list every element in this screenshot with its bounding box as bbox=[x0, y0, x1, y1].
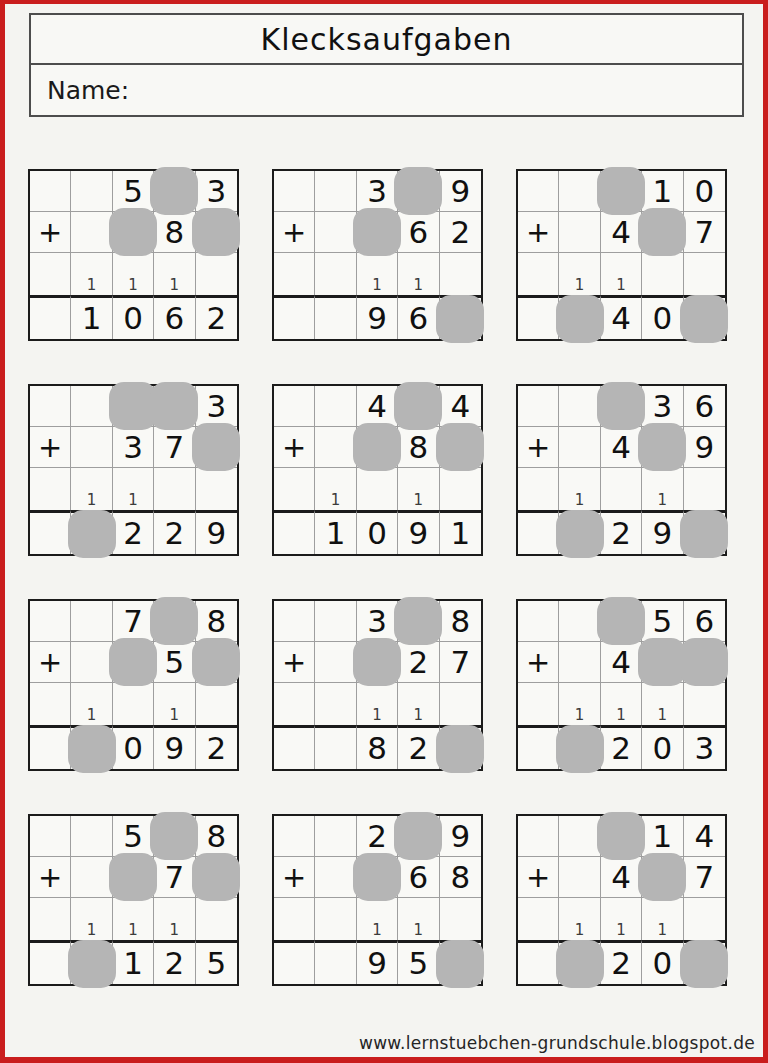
empty-cell bbox=[71, 601, 112, 642]
empty-cell bbox=[518, 940, 559, 984]
ink-blob-icon bbox=[638, 638, 686, 686]
digit-cell: 3 bbox=[357, 171, 398, 212]
plus-sign: + bbox=[30, 642, 71, 683]
empty-cell bbox=[357, 468, 398, 510]
ink-blob-icon bbox=[394, 597, 442, 645]
empty-cell bbox=[315, 940, 356, 984]
blob-cell bbox=[196, 857, 237, 898]
empty-cell bbox=[30, 510, 71, 554]
ink-blob-icon bbox=[680, 295, 728, 343]
empty-cell bbox=[274, 683, 315, 725]
plus-sign: + bbox=[274, 427, 315, 468]
empty-cell bbox=[518, 253, 559, 295]
footer-url: www.lernstuebchen-grundschule.blogspot.d… bbox=[359, 1033, 755, 1053]
ink-blob-icon bbox=[436, 725, 484, 773]
empty-cell bbox=[71, 386, 112, 427]
blob-cell bbox=[684, 295, 725, 339]
digit-cell: 2 bbox=[113, 510, 154, 554]
blob-cell bbox=[684, 510, 725, 554]
carry-digit: 1 bbox=[113, 253, 154, 295]
problems-grid: 53+8111106239+62119610+4711403+371122944… bbox=[28, 169, 727, 986]
carry-digit: 1 bbox=[71, 898, 112, 940]
empty-cell bbox=[71, 212, 112, 253]
empty-cell bbox=[518, 171, 559, 212]
digit-cell: 4 bbox=[601, 427, 642, 468]
empty-cell bbox=[440, 253, 481, 295]
digit-cell: 9 bbox=[398, 510, 439, 554]
problem-3: 10+471140 bbox=[516, 169, 727, 341]
empty-cell bbox=[315, 295, 356, 339]
empty-cell bbox=[274, 898, 315, 940]
empty-cell bbox=[71, 427, 112, 468]
problem-1: 53+81111062 bbox=[28, 169, 239, 341]
blob-cell bbox=[642, 427, 683, 468]
header-box: Klecksaufgaben Name: bbox=[29, 13, 744, 117]
blob-cell bbox=[559, 510, 600, 554]
plus-sign: + bbox=[30, 212, 71, 253]
empty-cell bbox=[71, 857, 112, 898]
digit-cell: 4 bbox=[601, 295, 642, 339]
ink-blob-icon bbox=[556, 295, 604, 343]
empty-cell bbox=[315, 642, 356, 683]
ink-blob-icon bbox=[556, 725, 604, 773]
blob-cell bbox=[601, 816, 642, 857]
carry-digit: 1 bbox=[113, 468, 154, 510]
plus-sign: + bbox=[274, 212, 315, 253]
digit-cell: 7 bbox=[684, 857, 725, 898]
carry-digit: 1 bbox=[559, 253, 600, 295]
empty-cell bbox=[559, 171, 600, 212]
carry-digit: 1 bbox=[357, 683, 398, 725]
empty-cell bbox=[30, 171, 71, 212]
blob-cell bbox=[357, 857, 398, 898]
ink-blob-icon bbox=[192, 208, 240, 256]
empty-cell bbox=[518, 601, 559, 642]
carry-digit: 1 bbox=[357, 898, 398, 940]
empty-cell bbox=[274, 816, 315, 857]
digit-cell: 8 bbox=[357, 725, 398, 769]
blob-cell bbox=[559, 295, 600, 339]
digit-cell: 5 bbox=[113, 171, 154, 212]
blob-cell bbox=[71, 725, 112, 769]
plus-sign: + bbox=[518, 642, 559, 683]
digit-cell: 9 bbox=[684, 427, 725, 468]
carry-digit: 1 bbox=[398, 898, 439, 940]
empty-cell bbox=[315, 171, 356, 212]
empty-cell bbox=[315, 427, 356, 468]
empty-cell bbox=[113, 683, 154, 725]
carry-digit: 1 bbox=[71, 468, 112, 510]
digit-cell: 1 bbox=[71, 295, 112, 339]
empty-cell bbox=[30, 725, 71, 769]
empty-cell bbox=[684, 253, 725, 295]
problem-5: 44+8111091 bbox=[272, 384, 483, 556]
empty-cell bbox=[315, 601, 356, 642]
ink-blob-icon bbox=[353, 208, 401, 256]
empty-cell bbox=[518, 468, 559, 510]
carry-digit: 1 bbox=[398, 253, 439, 295]
empty-cell bbox=[440, 683, 481, 725]
ink-blob-icon bbox=[192, 638, 240, 686]
carry-digit: 1 bbox=[642, 683, 683, 725]
digit-cell: 7 bbox=[684, 212, 725, 253]
ink-blob-icon bbox=[109, 638, 157, 686]
digit-cell: 2 bbox=[196, 725, 237, 769]
ink-blob-icon bbox=[436, 423, 484, 471]
carry-digit: 1 bbox=[113, 898, 154, 940]
digit-cell: 4 bbox=[357, 386, 398, 427]
digit-cell: 6 bbox=[684, 386, 725, 427]
ink-blob-icon bbox=[109, 208, 157, 256]
digit-cell: 5 bbox=[642, 601, 683, 642]
empty-cell bbox=[30, 468, 71, 510]
carry-digit: 1 bbox=[357, 253, 398, 295]
blob-cell bbox=[440, 725, 481, 769]
carry-digit: 1 bbox=[154, 253, 195, 295]
empty-cell bbox=[71, 171, 112, 212]
digit-cell: 2 bbox=[154, 510, 195, 554]
digit-cell: 1 bbox=[315, 510, 356, 554]
empty-cell bbox=[196, 253, 237, 295]
blob-cell bbox=[398, 601, 439, 642]
empty-cell bbox=[642, 253, 683, 295]
digit-cell: 7 bbox=[154, 427, 195, 468]
ink-blob-icon bbox=[68, 725, 116, 773]
empty-cell bbox=[518, 683, 559, 725]
digit-cell: 3 bbox=[642, 386, 683, 427]
digit-cell: 0 bbox=[642, 725, 683, 769]
blob-cell bbox=[559, 940, 600, 984]
carry-digit: 1 bbox=[601, 683, 642, 725]
blob-cell bbox=[71, 940, 112, 984]
empty-cell bbox=[196, 468, 237, 510]
ink-blob-icon bbox=[150, 597, 198, 645]
digit-cell: 2 bbox=[398, 642, 439, 683]
ink-blob-icon bbox=[556, 940, 604, 988]
empty-cell bbox=[30, 295, 71, 339]
digit-cell: 1 bbox=[642, 171, 683, 212]
empty-cell bbox=[274, 171, 315, 212]
empty-cell bbox=[518, 510, 559, 554]
ink-blob-icon bbox=[394, 382, 442, 430]
blob-cell bbox=[154, 816, 195, 857]
digit-cell: 2 bbox=[601, 940, 642, 984]
empty-cell bbox=[30, 898, 71, 940]
empty-cell bbox=[30, 816, 71, 857]
empty-cell bbox=[274, 940, 315, 984]
empty-cell bbox=[274, 468, 315, 510]
digit-cell: 6 bbox=[684, 601, 725, 642]
digit-cell: 0 bbox=[113, 295, 154, 339]
problem-4: 3+3711229 bbox=[28, 384, 239, 556]
empty-cell bbox=[315, 253, 356, 295]
blob-cell bbox=[642, 212, 683, 253]
digit-cell: 1 bbox=[113, 940, 154, 984]
empty-cell bbox=[559, 601, 600, 642]
blob-cell bbox=[196, 427, 237, 468]
ink-blob-icon bbox=[150, 812, 198, 860]
digit-cell: 9 bbox=[154, 725, 195, 769]
empty-cell bbox=[274, 295, 315, 339]
digit-cell: 6 bbox=[398, 212, 439, 253]
blob-cell bbox=[154, 386, 195, 427]
digit-cell: 0 bbox=[642, 295, 683, 339]
blob-cell bbox=[71, 510, 112, 554]
digit-cell: 7 bbox=[154, 857, 195, 898]
digit-cell: 1 bbox=[440, 510, 481, 554]
carry-digit: 1 bbox=[601, 898, 642, 940]
name-row: Name: bbox=[31, 65, 742, 115]
digit-cell: 5 bbox=[196, 940, 237, 984]
carry-digit: 1 bbox=[71, 683, 112, 725]
ink-blob-icon bbox=[638, 208, 686, 256]
ink-blob-icon bbox=[597, 382, 645, 430]
ink-blob-icon bbox=[597, 167, 645, 215]
blob-cell bbox=[113, 212, 154, 253]
name-label: Name: bbox=[47, 76, 129, 105]
empty-cell bbox=[196, 898, 237, 940]
carry-digit: 1 bbox=[315, 468, 356, 510]
empty-cell bbox=[71, 642, 112, 683]
digit-cell: 8 bbox=[196, 601, 237, 642]
digit-cell: 9 bbox=[440, 171, 481, 212]
ink-blob-icon bbox=[436, 295, 484, 343]
digit-cell: 6 bbox=[398, 295, 439, 339]
ink-blob-icon bbox=[109, 853, 157, 901]
digit-cell: 9 bbox=[357, 940, 398, 984]
digit-cell: 3 bbox=[684, 725, 725, 769]
problem-12: 14+4711120 bbox=[516, 814, 727, 986]
digit-cell: 8 bbox=[154, 212, 195, 253]
empty-cell bbox=[30, 386, 71, 427]
plus-sign: + bbox=[518, 212, 559, 253]
empty-cell bbox=[274, 510, 315, 554]
empty-cell bbox=[30, 683, 71, 725]
digit-cell: 2 bbox=[601, 510, 642, 554]
empty-cell bbox=[315, 857, 356, 898]
digit-cell: 8 bbox=[440, 857, 481, 898]
blob-cell bbox=[357, 427, 398, 468]
blob-cell bbox=[196, 642, 237, 683]
digit-cell: 8 bbox=[398, 427, 439, 468]
blob-cell bbox=[684, 642, 725, 683]
blob-cell bbox=[684, 940, 725, 984]
empty-cell bbox=[559, 816, 600, 857]
ink-blob-icon bbox=[638, 423, 686, 471]
digit-cell: 4 bbox=[601, 857, 642, 898]
carry-digit: 1 bbox=[154, 683, 195, 725]
digit-cell: 2 bbox=[154, 940, 195, 984]
digit-cell: 7 bbox=[113, 601, 154, 642]
blob-cell bbox=[196, 212, 237, 253]
ink-blob-icon bbox=[192, 423, 240, 471]
empty-cell bbox=[559, 212, 600, 253]
blob-cell bbox=[642, 857, 683, 898]
blob-cell bbox=[398, 171, 439, 212]
digit-cell: 2 bbox=[601, 725, 642, 769]
ink-blob-icon bbox=[680, 940, 728, 988]
digit-cell: 4 bbox=[601, 212, 642, 253]
ink-blob-icon bbox=[68, 940, 116, 988]
blob-cell bbox=[357, 212, 398, 253]
ink-blob-icon bbox=[353, 638, 401, 686]
carry-digit: 1 bbox=[154, 898, 195, 940]
blob-cell bbox=[113, 386, 154, 427]
carry-digit: 1 bbox=[71, 253, 112, 295]
problem-7: 78+511092 bbox=[28, 599, 239, 771]
digit-cell: 2 bbox=[196, 295, 237, 339]
empty-cell bbox=[518, 725, 559, 769]
plus-sign: + bbox=[30, 427, 71, 468]
carry-digit: 1 bbox=[559, 683, 600, 725]
carry-digit: 1 bbox=[642, 898, 683, 940]
plus-sign: + bbox=[518, 857, 559, 898]
blob-cell bbox=[440, 427, 481, 468]
problem-11: 29+681195 bbox=[272, 814, 483, 986]
digit-cell: 3 bbox=[357, 601, 398, 642]
carry-digit: 1 bbox=[559, 468, 600, 510]
empty-cell bbox=[71, 816, 112, 857]
empty-cell bbox=[274, 253, 315, 295]
carry-digit: 1 bbox=[398, 468, 439, 510]
problem-10: 58+7111125 bbox=[28, 814, 239, 986]
empty-cell bbox=[518, 898, 559, 940]
digit-cell: 3 bbox=[196, 386, 237, 427]
digit-cell: 0 bbox=[113, 725, 154, 769]
ink-blob-icon bbox=[556, 510, 604, 558]
digit-cell: 5 bbox=[154, 642, 195, 683]
page-title: Klecksaufgaben bbox=[31, 15, 742, 65]
empty-cell bbox=[684, 898, 725, 940]
problem-9: 56+4111203 bbox=[516, 599, 727, 771]
blob-cell bbox=[398, 816, 439, 857]
digit-cell: 2 bbox=[357, 816, 398, 857]
digit-cell: 5 bbox=[113, 816, 154, 857]
digit-cell: 6 bbox=[154, 295, 195, 339]
digit-cell: 2 bbox=[398, 725, 439, 769]
empty-cell bbox=[315, 816, 356, 857]
empty-cell bbox=[315, 386, 356, 427]
problem-8: 38+271182 bbox=[272, 599, 483, 771]
ink-blob-icon bbox=[394, 167, 442, 215]
empty-cell bbox=[601, 468, 642, 510]
empty-cell bbox=[684, 468, 725, 510]
digit-cell: 0 bbox=[357, 510, 398, 554]
blob-cell bbox=[440, 940, 481, 984]
digit-cell: 5 bbox=[398, 940, 439, 984]
ink-blob-icon bbox=[150, 167, 198, 215]
plus-sign: + bbox=[30, 857, 71, 898]
digit-cell: 9 bbox=[357, 295, 398, 339]
digit-cell: 0 bbox=[642, 940, 683, 984]
empty-cell bbox=[440, 468, 481, 510]
plus-sign: + bbox=[274, 857, 315, 898]
digit-cell: 4 bbox=[440, 386, 481, 427]
ink-blob-icon bbox=[68, 510, 116, 558]
carry-digit: 1 bbox=[601, 253, 642, 295]
problem-6: 36+491129 bbox=[516, 384, 727, 556]
blob-cell bbox=[113, 642, 154, 683]
empty-cell bbox=[154, 468, 195, 510]
ink-blob-icon bbox=[150, 382, 198, 430]
digit-cell: 3 bbox=[196, 171, 237, 212]
digit-cell: 0 bbox=[684, 171, 725, 212]
empty-cell bbox=[559, 642, 600, 683]
blob-cell bbox=[559, 725, 600, 769]
empty-cell bbox=[274, 725, 315, 769]
digit-cell: 1 bbox=[642, 816, 683, 857]
empty-cell bbox=[559, 857, 600, 898]
digit-cell: 8 bbox=[440, 601, 481, 642]
blob-cell bbox=[154, 171, 195, 212]
empty-cell bbox=[684, 683, 725, 725]
empty-cell bbox=[315, 212, 356, 253]
digit-cell: 2 bbox=[440, 212, 481, 253]
carry-digit: 1 bbox=[559, 898, 600, 940]
ink-blob-icon bbox=[192, 853, 240, 901]
blob-cell bbox=[601, 386, 642, 427]
carry-digit: 1 bbox=[642, 468, 683, 510]
blob-cell bbox=[642, 642, 683, 683]
digit-cell: 3 bbox=[113, 427, 154, 468]
digit-cell: 9 bbox=[440, 816, 481, 857]
empty-cell bbox=[315, 898, 356, 940]
blob-cell bbox=[440, 295, 481, 339]
ink-blob-icon bbox=[597, 812, 645, 860]
plus-sign: + bbox=[518, 427, 559, 468]
digit-cell: 8 bbox=[196, 816, 237, 857]
ink-blob-icon bbox=[436, 940, 484, 988]
ink-blob-icon bbox=[353, 853, 401, 901]
empty-cell bbox=[274, 601, 315, 642]
ink-blob-icon bbox=[680, 638, 728, 686]
blob-cell bbox=[601, 171, 642, 212]
digit-cell: 4 bbox=[601, 642, 642, 683]
blob-cell bbox=[601, 601, 642, 642]
digit-cell: 4 bbox=[684, 816, 725, 857]
ink-blob-icon bbox=[597, 597, 645, 645]
empty-cell bbox=[518, 816, 559, 857]
empty-cell bbox=[559, 427, 600, 468]
blob-cell bbox=[357, 642, 398, 683]
empty-cell bbox=[440, 898, 481, 940]
empty-cell bbox=[315, 725, 356, 769]
carry-digit: 1 bbox=[398, 683, 439, 725]
blob-cell bbox=[113, 857, 154, 898]
name-input-line[interactable] bbox=[129, 65, 742, 115]
empty-cell bbox=[30, 253, 71, 295]
problem-2: 39+621196 bbox=[272, 169, 483, 341]
ink-blob-icon bbox=[394, 812, 442, 860]
digit-cell: 9 bbox=[642, 510, 683, 554]
ink-blob-icon bbox=[680, 510, 728, 558]
blob-cell bbox=[154, 601, 195, 642]
empty-cell bbox=[30, 601, 71, 642]
blob-cell bbox=[398, 386, 439, 427]
ink-blob-icon bbox=[353, 423, 401, 471]
plus-sign: + bbox=[274, 642, 315, 683]
digit-cell: 6 bbox=[398, 857, 439, 898]
ink-blob-icon bbox=[638, 853, 686, 901]
empty-cell bbox=[30, 940, 71, 984]
empty-cell bbox=[518, 295, 559, 339]
empty-cell bbox=[315, 683, 356, 725]
empty-cell bbox=[559, 386, 600, 427]
digit-cell: 7 bbox=[440, 642, 481, 683]
empty-cell bbox=[274, 386, 315, 427]
empty-cell bbox=[518, 386, 559, 427]
empty-cell bbox=[196, 683, 237, 725]
